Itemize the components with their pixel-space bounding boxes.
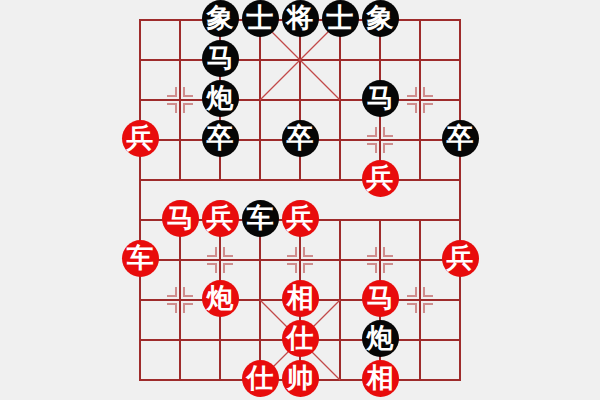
piece-red-soldier[interactable]: 兵 bbox=[442, 240, 479, 277]
piece-black-horse[interactable]: 马 bbox=[202, 40, 239, 77]
piece-red-elephant[interactable]: 相 bbox=[282, 280, 319, 317]
piece-black-general[interactable]: 将 bbox=[282, 0, 319, 37]
piece-glyph: 相 bbox=[287, 285, 314, 312]
piece-glyph: 相 bbox=[367, 365, 394, 392]
piece-glyph: 卒 bbox=[207, 125, 234, 152]
piece-black-soldier[interactable]: 卒 bbox=[442, 120, 479, 157]
piece-glyph: 兵 bbox=[447, 245, 474, 272]
piece-glyph: 士 bbox=[327, 5, 354, 32]
piece-red-elephant[interactable]: 相 bbox=[362, 360, 399, 397]
piece-glyph: 马 bbox=[207, 45, 234, 72]
piece-black-soldier[interactable]: 卒 bbox=[282, 120, 319, 157]
piece-black-cannon[interactable]: 炮 bbox=[202, 80, 239, 117]
piece-glyph: 车 bbox=[247, 205, 274, 232]
piece-red-horse[interactable]: 马 bbox=[162, 200, 199, 237]
piece-glyph: 兵 bbox=[207, 205, 234, 232]
piece-red-horse[interactable]: 马 bbox=[362, 280, 399, 317]
piece-glyph: 将 bbox=[287, 5, 314, 32]
piece-red-advisor[interactable]: 仕 bbox=[242, 360, 279, 397]
piece-black-chariot[interactable]: 车 bbox=[242, 200, 279, 237]
piece-glyph: 炮 bbox=[367, 325, 394, 352]
piece-glyph: 仕 bbox=[247, 365, 274, 392]
piece-glyph: 象 bbox=[367, 5, 394, 32]
piece-red-soldier[interactable]: 兵 bbox=[282, 200, 319, 237]
piece-black-elephant[interactable]: 象 bbox=[202, 0, 239, 37]
piece-glyph: 马 bbox=[367, 285, 394, 312]
piece-glyph: 卒 bbox=[447, 125, 474, 152]
piece-black-soldier[interactable]: 卒 bbox=[202, 120, 239, 157]
piece-glyph: 马 bbox=[167, 205, 194, 232]
piece-red-cannon[interactable]: 炮 bbox=[202, 280, 239, 317]
piece-glyph: 士 bbox=[247, 5, 274, 32]
piece-glyph: 兵 bbox=[287, 205, 314, 232]
piece-grid: 象士将士象马炮马卒卒卒车炮兵兵马兵兵车兵炮相马仕仕帅相 bbox=[120, 0, 480, 400]
piece-glyph: 卒 bbox=[287, 125, 314, 152]
xiangqi-board: 象士将士象马炮马卒卒卒车炮兵兵马兵兵车兵炮相马仕仕帅相 bbox=[0, 0, 600, 400]
piece-red-soldier[interactable]: 兵 bbox=[202, 200, 239, 237]
piece-black-cannon[interactable]: 炮 bbox=[362, 320, 399, 357]
piece-red-chariot[interactable]: 车 bbox=[122, 240, 159, 277]
piece-glyph: 炮 bbox=[207, 85, 234, 112]
piece-glyph: 兵 bbox=[367, 165, 394, 192]
piece-glyph: 帅 bbox=[287, 365, 314, 392]
piece-black-horse[interactable]: 马 bbox=[362, 80, 399, 117]
piece-black-elephant[interactable]: 象 bbox=[362, 0, 399, 37]
piece-black-advisor[interactable]: 士 bbox=[322, 0, 359, 37]
piece-glyph: 仕 bbox=[287, 325, 314, 352]
piece-glyph: 马 bbox=[367, 85, 394, 112]
piece-black-advisor[interactable]: 士 bbox=[242, 0, 279, 37]
piece-red-general[interactable]: 帅 bbox=[282, 360, 319, 397]
piece-glyph: 炮 bbox=[207, 285, 234, 312]
piece-glyph: 象 bbox=[207, 5, 234, 32]
piece-red-soldier[interactable]: 兵 bbox=[362, 160, 399, 197]
piece-red-advisor[interactable]: 仕 bbox=[282, 320, 319, 357]
piece-red-soldier[interactable]: 兵 bbox=[122, 120, 159, 157]
piece-glyph: 车 bbox=[127, 245, 154, 272]
piece-glyph: 兵 bbox=[127, 125, 154, 152]
